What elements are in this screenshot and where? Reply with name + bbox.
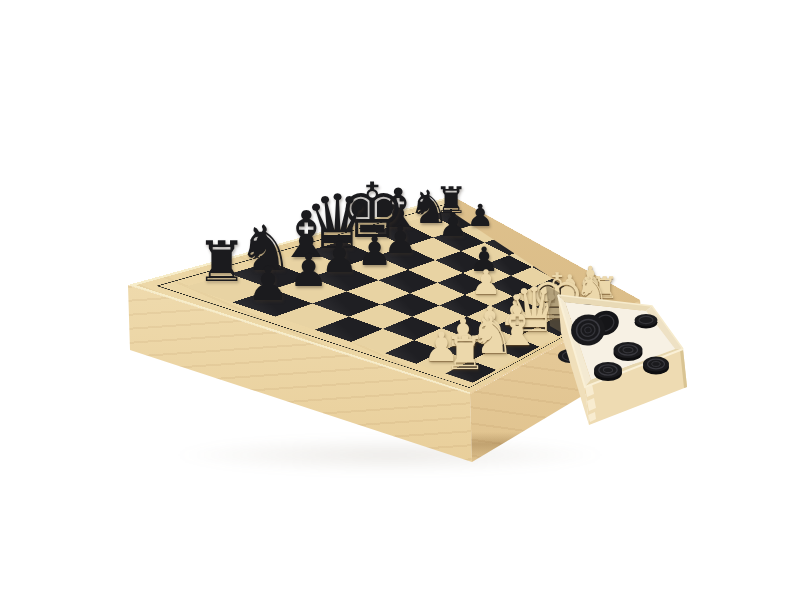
piece-white-pawn-e4[interactable]: ♟	[469, 265, 503, 299]
draughts-disc[interactable]	[635, 314, 658, 329]
piece-black-pawn-g7[interactable]: ♟	[437, 209, 470, 242]
draughts-disc[interactable]	[614, 342, 643, 361]
piece-black-rook-a8[interactable]: ♜	[194, 234, 250, 290]
draughts-disc[interactable]	[643, 357, 669, 375]
piece-black-pawn-h7[interactable]: ♟	[465, 201, 496, 232]
draughts-disc[interactable]	[594, 362, 622, 381]
piece-white-rook-a1[interactable]: ♜	[442, 330, 488, 376]
piece-black-pawn-d7[interactable]: ♟	[355, 232, 395, 272]
storage-drawer[interactable]	[508, 268, 708, 443]
piece-black-pawn-b7[interactable]: ♟	[286, 249, 331, 294]
piece-black-pawn-a7[interactable]: ♟	[245, 261, 292, 308]
product-photo-stage: ♜♞♝♛♚♝♞♜♟♟♟♟♟♟♟♟♟♟♟♟♟♟♟♟♜♞♝♛♚♝♞♜	[0, 0, 800, 600]
